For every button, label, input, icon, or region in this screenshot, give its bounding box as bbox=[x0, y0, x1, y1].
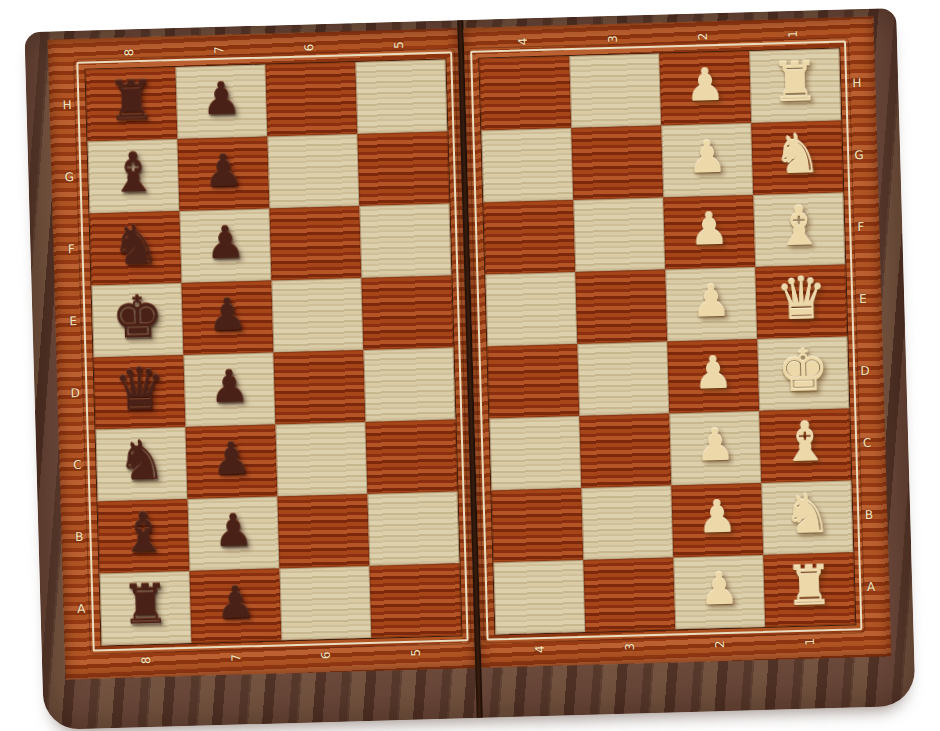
square-e7: ♟ bbox=[181, 281, 273, 355]
square-d6 bbox=[273, 350, 365, 424]
rank-label-5: 5 bbox=[354, 29, 445, 62]
square-g4 bbox=[481, 128, 573, 202]
file-label-g: G bbox=[840, 119, 878, 192]
black-pawn: ♟ bbox=[209, 364, 250, 409]
black-pawn: ♟ bbox=[207, 292, 248, 337]
rank-label-4: 4 bbox=[494, 631, 585, 667]
square-f5 bbox=[359, 204, 451, 278]
file-label-d: D bbox=[57, 357, 95, 430]
file-label-e: E bbox=[844, 263, 882, 336]
rank-label-3: 3 bbox=[584, 628, 675, 664]
rank-label-3: 3 bbox=[567, 23, 658, 56]
black-pawn: ♟ bbox=[215, 580, 256, 625]
black-rook: ♜ bbox=[106, 74, 156, 129]
black-knight: ♞ bbox=[110, 218, 160, 273]
square-h8: ♜ bbox=[85, 67, 177, 141]
square-d7: ♟ bbox=[183, 352, 275, 426]
square-a6 bbox=[279, 566, 371, 640]
rank-label-5: 5 bbox=[370, 634, 461, 670]
square-g1: ♞ bbox=[751, 121, 843, 195]
square-h7: ♟ bbox=[175, 65, 267, 139]
square-e5 bbox=[361, 275, 453, 349]
square-a5 bbox=[369, 563, 461, 637]
square-c7: ♟ bbox=[186, 424, 278, 498]
square-f4 bbox=[483, 200, 575, 274]
square-a2: ♟ bbox=[673, 555, 765, 629]
square-b3 bbox=[581, 485, 673, 559]
white-knight: ♞ bbox=[782, 487, 832, 542]
file-label-h: H bbox=[838, 47, 876, 120]
file-label-f: F bbox=[52, 213, 90, 286]
white-pawn: ♟ bbox=[693, 351, 734, 396]
square-e8: ♚ bbox=[92, 283, 184, 357]
file-label-b: B bbox=[850, 478, 888, 551]
black-pawn: ♟ bbox=[203, 148, 244, 193]
square-h4 bbox=[479, 56, 571, 130]
black-queen: ♛ bbox=[113, 360, 167, 419]
square-h3 bbox=[569, 54, 661, 128]
rank-label-8: 8 bbox=[84, 36, 175, 69]
square-f1: ♝ bbox=[753, 193, 845, 267]
square-b6 bbox=[277, 494, 369, 568]
square-f8: ♞ bbox=[90, 211, 182, 285]
file-label-a: A bbox=[63, 572, 101, 645]
square-d4 bbox=[487, 344, 579, 418]
white-pawn: ♟ bbox=[691, 279, 732, 324]
rank-label-6: 6 bbox=[280, 637, 371, 673]
white-rook: ♜ bbox=[770, 55, 820, 110]
square-c8: ♞ bbox=[96, 427, 188, 501]
white-bishop: ♝ bbox=[774, 199, 824, 254]
square-g3 bbox=[571, 126, 663, 200]
rank-label-2: 2 bbox=[674, 626, 765, 662]
square-f6 bbox=[269, 206, 361, 280]
square-f2: ♟ bbox=[663, 195, 755, 269]
file-label-g: G bbox=[50, 141, 88, 214]
square-h2: ♟ bbox=[659, 51, 751, 125]
black-pawn: ♟ bbox=[201, 76, 242, 121]
white-bishop: ♝ bbox=[780, 415, 830, 470]
square-c1: ♝ bbox=[759, 408, 851, 482]
file-label-d: D bbox=[846, 334, 884, 407]
square-c6 bbox=[275, 422, 367, 496]
white-pawn: ♟ bbox=[695, 423, 736, 468]
board-right-half: 4321 HGFEDCBA ♟♜♟♞♟♝♟♛♟♚♟♝♟♞♟♜ 4321 bbox=[463, 17, 891, 668]
black-pawn: ♟ bbox=[213, 508, 254, 553]
white-pawn: ♟ bbox=[685, 63, 726, 108]
rank-label-1: 1 bbox=[764, 623, 855, 659]
rank-label-4: 4 bbox=[477, 25, 568, 58]
square-d1: ♚ bbox=[757, 336, 849, 410]
white-queen: ♛ bbox=[774, 269, 828, 328]
square-d2: ♟ bbox=[667, 339, 759, 413]
square-e6 bbox=[271, 278, 363, 352]
square-d3 bbox=[577, 341, 669, 415]
board-left-half: 8765 HGFEDCBA ♜♟♝♟♞♟♚♟♛♟♞♟♝♟♜♟ 8765 bbox=[48, 28, 476, 679]
white-king: ♚ bbox=[776, 341, 830, 400]
square-b4 bbox=[491, 488, 583, 562]
square-e3 bbox=[575, 270, 667, 344]
square-b7: ♟ bbox=[188, 496, 280, 570]
squares-left-half: ♜♟♝♟♞♟♚♟♛♟♞♟♝♟♜♟ bbox=[84, 59, 462, 647]
file-label-c: C bbox=[59, 429, 97, 502]
chessboard-case: 8765 HGFEDCBA ♜♟♝♟♞♟♚♟♛♟♞♟♝♟♜♟ 8765 4321… bbox=[24, 8, 915, 730]
square-f7: ♟ bbox=[179, 209, 271, 283]
square-c4 bbox=[489, 416, 581, 490]
white-pawn: ♟ bbox=[687, 135, 728, 180]
black-pawn: ♟ bbox=[205, 220, 246, 265]
file-label-c: C bbox=[848, 406, 886, 479]
square-g5 bbox=[357, 132, 449, 206]
square-a7: ♟ bbox=[190, 568, 282, 642]
square-h6 bbox=[265, 62, 357, 136]
rank-label-2: 2 bbox=[657, 20, 748, 53]
square-b5 bbox=[367, 491, 459, 565]
file-label-f: F bbox=[842, 191, 880, 264]
squares-right-half: ♟♜♟♞♟♝♟♛♟♚♟♝♟♞♟♜ bbox=[478, 48, 856, 636]
square-h1: ♜ bbox=[749, 49, 841, 123]
rank-label-8: 8 bbox=[101, 642, 192, 678]
rank-label-1: 1 bbox=[747, 18, 838, 51]
square-d8: ♛ bbox=[94, 355, 186, 429]
square-c3 bbox=[579, 413, 671, 487]
black-king: ♚ bbox=[111, 288, 165, 347]
file-label-a: A bbox=[852, 550, 890, 623]
rank-label-6: 6 bbox=[264, 31, 355, 64]
square-b8: ♝ bbox=[98, 499, 190, 573]
white-knight: ♞ bbox=[772, 127, 822, 182]
rank-label-7: 7 bbox=[191, 639, 282, 675]
black-rook: ♜ bbox=[121, 577, 171, 632]
square-g7: ♟ bbox=[177, 137, 269, 211]
file-label-b: B bbox=[61, 500, 99, 573]
black-bishop: ♝ bbox=[108, 146, 158, 201]
square-h5 bbox=[355, 60, 447, 134]
white-pawn: ♟ bbox=[689, 207, 730, 252]
square-g8: ♝ bbox=[88, 139, 180, 213]
white-pawn: ♟ bbox=[699, 567, 740, 612]
file-label-h: H bbox=[48, 69, 86, 142]
square-a1: ♜ bbox=[763, 552, 855, 626]
square-a8: ♜ bbox=[100, 571, 192, 645]
white-rook: ♜ bbox=[784, 559, 834, 614]
square-c2: ♟ bbox=[669, 411, 761, 485]
product-photo: 8765 HGFEDCBA ♜♟♝♟♞♟♚♟♛♟♞♟♝♟♜♟ 8765 4321… bbox=[0, 0, 940, 731]
square-e2: ♟ bbox=[665, 267, 757, 341]
square-b1: ♞ bbox=[761, 480, 853, 554]
square-g2: ♟ bbox=[661, 123, 753, 197]
black-knight: ♞ bbox=[116, 434, 166, 489]
rank-label-7: 7 bbox=[174, 34, 265, 67]
square-d5 bbox=[363, 347, 455, 421]
square-b2: ♟ bbox=[671, 483, 763, 557]
square-a3 bbox=[583, 557, 675, 631]
square-g6 bbox=[267, 134, 359, 208]
square-e1: ♛ bbox=[755, 264, 847, 338]
file-label-e: E bbox=[55, 285, 93, 358]
square-a4 bbox=[493, 560, 585, 634]
black-bishop: ♝ bbox=[118, 506, 168, 561]
square-c5 bbox=[365, 419, 457, 493]
square-f3 bbox=[573, 198, 665, 272]
white-pawn: ♟ bbox=[697, 495, 738, 540]
black-pawn: ♟ bbox=[211, 436, 252, 481]
square-e4 bbox=[485, 272, 577, 346]
